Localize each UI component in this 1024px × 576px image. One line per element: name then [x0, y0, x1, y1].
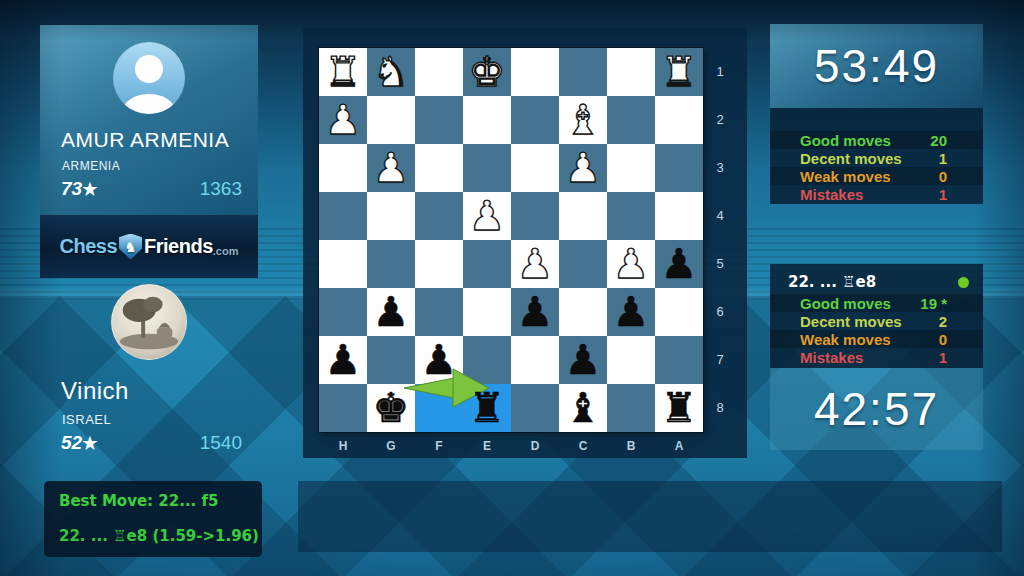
piece-white-rook: ♜	[655, 48, 703, 96]
bottom-clock-panel: 42:57	[770, 368, 983, 450]
stat-label: Weak moves	[800, 331, 891, 348]
square-e5[interactable]	[463, 240, 511, 288]
square-g1[interactable]: ♞	[367, 48, 415, 96]
rank-label-7: 7	[705, 336, 735, 384]
square-h7[interactable]: ♟	[319, 336, 367, 384]
square-h8[interactable]	[319, 384, 367, 432]
last-move-label: 22. ... ♖e8	[788, 273, 876, 291]
rank-label-4: 4	[705, 192, 735, 240]
square-f4[interactable]	[415, 192, 463, 240]
stat-label: Decent moves	[800, 150, 902, 167]
square-g4[interactable]	[367, 192, 415, 240]
analysis-box: Best Move: 22... f5 22. ... ♖e8 (1.59->1…	[44, 481, 262, 557]
best-move-text: Best Move: 22... f5	[59, 492, 262, 510]
rank-label-8: 8	[705, 384, 735, 432]
chessfriends-logo: Chess ♞ Friends .com	[60, 234, 239, 260]
played-move-eval-text: 22. ... ♖e8 (1.59->1.96)	[59, 527, 262, 545]
square-b2[interactable]	[607, 96, 655, 144]
stat-label: Mistakes	[800, 349, 863, 366]
rank-label-3: 3	[705, 144, 735, 192]
square-e1[interactable]: ♚	[463, 48, 511, 96]
top-clock-panel: 53:49	[770, 24, 983, 108]
top-player-name: AMUR ARMENIA	[61, 128, 258, 152]
top-player-rating: 1363	[200, 178, 242, 200]
square-a6[interactable]	[655, 288, 703, 336]
square-c2[interactable]: ♝	[559, 96, 607, 144]
square-g6[interactable]: ♟	[367, 288, 415, 336]
piece-black-pawn: ♟	[655, 240, 703, 288]
piece-black-pawn: ♟	[319, 336, 367, 384]
square-e6[interactable]	[463, 288, 511, 336]
square-h3[interactable]	[319, 144, 367, 192]
file-label-c: C	[559, 437, 607, 455]
stat-row-decent-moves: Decent moves2	[770, 312, 983, 330]
square-h1[interactable]: ♜	[319, 48, 367, 96]
file-label-h: H	[319, 437, 367, 455]
stat-row-mistakes: Mistakes1	[770, 348, 983, 366]
chess-board: ♜♞♚♜♟♝♟♟♟♟♟♟♟♟♟♟♟♟♚♜♝♜	[319, 48, 703, 432]
square-a4[interactable]	[655, 192, 703, 240]
square-g3[interactable]: ♟	[367, 144, 415, 192]
rank-label-2: 2	[705, 96, 735, 144]
stat-label: Good moves	[800, 132, 891, 149]
logo-com-text: .com	[213, 245, 239, 257]
square-a3[interactable]	[655, 144, 703, 192]
last-move-arrow	[399, 364, 495, 412]
file-labels: HGFEDCBA	[319, 437, 703, 455]
square-c3[interactable]: ♟	[559, 144, 607, 192]
stat-label: Decent moves	[800, 313, 902, 330]
stat-label: Mistakes	[800, 186, 863, 203]
file-label-e: E	[463, 437, 511, 455]
square-h2[interactable]: ♟	[319, 96, 367, 144]
square-h4[interactable]	[319, 192, 367, 240]
piece-white-king: ♚	[463, 48, 511, 96]
top-player-stars: 73★	[61, 178, 97, 200]
bottom-empty-bar	[298, 481, 1002, 552]
rank-label-1: 1	[705, 48, 735, 96]
avatar-bottom-player	[111, 284, 187, 360]
piece-white-rook: ♜	[319, 48, 367, 96]
square-b1[interactable]	[607, 48, 655, 96]
square-d1[interactable]	[511, 48, 559, 96]
piece-black-bishop: ♝	[559, 384, 607, 432]
square-h5[interactable]	[319, 240, 367, 288]
square-a1[interactable]: ♜	[655, 48, 703, 96]
stat-value: 1	[939, 186, 947, 203]
bottom-player-country: ISRAEL	[62, 412, 258, 427]
stat-row-mistakes: Mistakes1	[770, 185, 983, 203]
square-d5[interactable]: ♟	[511, 240, 559, 288]
chessfriends-banner: Chess ♞ Friends .com	[40, 215, 258, 278]
board-panel: ♜♞♚♜♟♝♟♟♟♟♟♟♟♟♟♟♟♟♚♜♝♜ 12345678 HGFEDCBA	[303, 28, 747, 458]
bottom-player-stars: 52★	[61, 432, 97, 454]
avatar-silhouette-torso	[123, 94, 175, 114]
square-e4[interactable]: ♟	[463, 192, 511, 240]
square-d2[interactable]	[511, 96, 559, 144]
stat-value: 19 *	[920, 295, 947, 312]
square-f5[interactable]	[415, 240, 463, 288]
square-h6[interactable]	[319, 288, 367, 336]
stat-row-good-moves: Good moves19 *	[770, 294, 983, 312]
square-d8[interactable]	[511, 384, 559, 432]
square-b4[interactable]	[607, 192, 655, 240]
square-d3[interactable]	[511, 144, 559, 192]
knight-shield-icon: ♞	[119, 234, 142, 260]
stat-value: 2	[939, 313, 947, 330]
square-c5[interactable]	[559, 240, 607, 288]
avatar-etching-art	[112, 285, 186, 359]
square-d6[interactable]: ♟	[511, 288, 559, 336]
rank-label-6: 6	[705, 288, 735, 336]
square-e2[interactable]	[463, 96, 511, 144]
stat-label: Good moves	[800, 295, 891, 312]
file-label-g: G	[367, 437, 415, 455]
piece-white-pawn: ♟	[319, 96, 367, 144]
stat-value: 1	[939, 349, 947, 366]
stat-value: 20	[930, 132, 947, 149]
avatar-top-player	[113, 42, 185, 114]
square-b6[interactable]: ♟	[607, 288, 655, 336]
game-stats-panel: Good moves20Decent moves1Weak moves0Mist…	[770, 108, 983, 204]
square-c7[interactable]: ♟	[559, 336, 607, 384]
piece-white-pawn: ♟	[559, 144, 607, 192]
piece-black-rook: ♜	[655, 384, 703, 432]
move-stats-panel: 22. ... ♖e8 Good moves19 *Decent moves2W…	[770, 264, 983, 368]
piece-black-pawn: ♟	[367, 288, 415, 336]
square-d4[interactable]	[511, 192, 559, 240]
square-c8[interactable]: ♝	[559, 384, 607, 432]
square-b3[interactable]	[607, 144, 655, 192]
stat-label: Weak moves	[800, 168, 891, 185]
square-f2[interactable]	[415, 96, 463, 144]
green-status-dot	[958, 277, 969, 288]
star-icon: ★	[82, 434, 97, 453]
logo-chess-text: Chess	[60, 235, 118, 258]
square-e3[interactable]	[463, 144, 511, 192]
piece-white-knight: ♞	[367, 48, 415, 96]
stat-value: 0	[939, 331, 947, 348]
piece-white-bishop: ♝	[559, 96, 607, 144]
logo-friends-text: Friends	[144, 235, 213, 258]
square-f1[interactable]	[415, 48, 463, 96]
square-g2[interactable]	[367, 96, 415, 144]
stat-value: 0	[939, 168, 947, 185]
file-label-d: D	[511, 437, 559, 455]
square-b8[interactable]	[607, 384, 655, 432]
stat-row-decent-moves: Decent moves1	[770, 149, 983, 167]
piece-white-pawn: ♟	[367, 144, 415, 192]
piece-black-pawn: ♟	[559, 336, 607, 384]
square-g5[interactable]	[367, 240, 415, 288]
bottom-clock: 42:57	[814, 382, 939, 436]
file-label-b: B	[607, 437, 655, 455]
piece-white-pawn: ♟	[463, 192, 511, 240]
top-clock: 53:49	[814, 39, 939, 93]
bottom-player-rating: 1540	[200, 432, 242, 454]
file-label-f: F	[415, 437, 463, 455]
avatar-silhouette-head	[135, 55, 163, 83]
rank-labels: 12345678	[705, 48, 735, 432]
square-b5[interactable]: ♟	[607, 240, 655, 288]
square-a7[interactable]	[655, 336, 703, 384]
square-f6[interactable]	[415, 288, 463, 336]
square-a2[interactable]	[655, 96, 703, 144]
square-c4[interactable]	[559, 192, 607, 240]
stat-row-weak-moves: Weak moves0	[770, 330, 983, 348]
bottom-player-name: Vinich	[61, 377, 258, 405]
top-player-country: ARMENIA	[62, 159, 258, 173]
square-d7[interactable]	[511, 336, 559, 384]
player-card-bottom: Vinich ISRAEL 52★ 1540	[40, 282, 258, 454]
square-b7[interactable]	[607, 336, 655, 384]
piece-black-pawn: ♟	[511, 288, 559, 336]
star-icon: ★	[82, 180, 97, 199]
square-c1[interactable]	[559, 48, 607, 96]
player-card-top: AMUR ARMENIA ARMENIA 73★ 1363	[40, 25, 258, 215]
square-a8[interactable]: ♜	[655, 384, 703, 432]
square-a5[interactable]: ♟	[655, 240, 703, 288]
piece-black-pawn: ♟	[607, 288, 655, 336]
square-c6[interactable]	[559, 288, 607, 336]
file-label-a: A	[655, 437, 703, 455]
stat-row-weak-moves: Weak moves0	[770, 167, 983, 185]
rank-label-5: 5	[705, 240, 735, 288]
piece-white-pawn: ♟	[511, 240, 559, 288]
piece-white-pawn: ♟	[607, 240, 655, 288]
stat-value: 1	[939, 150, 947, 167]
stat-row-good-moves: Good moves20	[770, 131, 983, 149]
square-f3[interactable]	[415, 144, 463, 192]
